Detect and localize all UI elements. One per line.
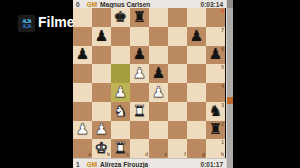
square-c1[interactable]: ♜c	[111, 139, 130, 158]
square-c2[interactable]	[111, 121, 130, 140]
square-b2[interactable]: ♟	[92, 121, 111, 140]
black-knight-h3[interactable]: ♞	[209, 103, 222, 118]
square-a2[interactable]: ♟	[73, 121, 92, 140]
square-h6[interactable]: ♟6	[206, 46, 225, 65]
square-c3[interactable]: ♞	[111, 102, 130, 121]
square-d8[interactable]: ♜	[130, 8, 149, 27]
logo-pixel-text-bottom: ALJA	[22, 24, 30, 29]
square-f1[interactable]: f	[168, 139, 187, 158]
white-pawn-d5[interactable]: ♟	[133, 66, 146, 81]
square-d1[interactable]: d	[130, 139, 149, 158]
square-d6[interactable]: ♟	[130, 46, 149, 65]
overlay-title: Filme	[38, 14, 75, 30]
file-label-b: b	[107, 152, 110, 157]
rank-label-5: 5	[221, 65, 224, 70]
file-label-f: f	[184, 152, 186, 157]
white-rook-c1[interactable]: ♜	[114, 141, 127, 156]
square-f6[interactable]	[168, 46, 187, 65]
square-e5[interactable]: ♟	[149, 64, 168, 83]
black-pawn-b7[interactable]: ♟	[95, 28, 108, 43]
channel-logo-icon: ALJA ALJA	[18, 15, 35, 32]
square-d4[interactable]	[130, 83, 149, 102]
rank-label-6: 6	[221, 47, 224, 52]
white-pawn-c4[interactable]: ♟	[114, 84, 127, 99]
square-f3[interactable]	[168, 102, 187, 121]
file-label-e: e	[164, 152, 167, 157]
white-pawn-a2[interactable]: ♟	[76, 122, 89, 137]
rank-label-7: 7	[221, 28, 224, 33]
black-pawn-a6[interactable]: ♟	[76, 47, 89, 62]
square-d5[interactable]: ♟	[130, 64, 149, 83]
square-g8[interactable]	[187, 8, 206, 27]
square-c6[interactable]	[111, 46, 130, 65]
square-h4[interactable]: 4	[206, 83, 225, 102]
black-rook-h2[interactable]: ♜	[209, 122, 222, 137]
square-c5[interactable]	[111, 64, 130, 83]
square-b8[interactable]	[92, 8, 111, 27]
score-top: 0	[76, 1, 80, 8]
square-h3[interactable]: ♞3	[206, 102, 225, 121]
square-a4[interactable]	[73, 83, 92, 102]
white-pawn-e4[interactable]: ♟	[152, 84, 165, 99]
square-a1[interactable]: a	[73, 139, 92, 158]
black-pawn-e5[interactable]: ♟	[152, 66, 165, 81]
file-label-a: a	[88, 152, 91, 157]
file-label-h: h	[221, 152, 224, 157]
square-g5[interactable]	[187, 64, 206, 83]
square-a8[interactable]	[73, 8, 92, 27]
chess-app-panel: 0 GM Magnus Carlsen 0:03:14 ♚♜8♟♟7♟♟♟6♟♟…	[73, 0, 232, 168]
square-b7[interactable]: ♟	[92, 27, 111, 46]
player-name-bottom: Alireza Firouzja	[100, 161, 148, 168]
white-knight-c3[interactable]: ♞	[114, 103, 127, 118]
square-g4[interactable]	[187, 83, 206, 102]
rank-label-1: 1	[221, 140, 224, 145]
file-label-d: d	[145, 152, 148, 157]
square-d3[interactable]: ♜	[130, 102, 149, 121]
square-e4[interactable]: ♟	[149, 83, 168, 102]
square-b5[interactable]	[92, 64, 111, 83]
square-f4[interactable]	[168, 83, 187, 102]
black-rook-d8[interactable]: ♜	[133, 9, 146, 24]
square-h7[interactable]: 7	[206, 27, 225, 46]
scroll-position-marker[interactable]	[227, 97, 233, 104]
player-name-top: Magnus Carlsen	[100, 1, 150, 8]
rank-label-3: 3	[221, 103, 224, 108]
square-f8[interactable]	[168, 8, 187, 27]
square-b6[interactable]	[92, 46, 111, 65]
square-f5[interactable]	[168, 64, 187, 83]
square-h5[interactable]: 5	[206, 64, 225, 83]
chess-board[interactable]: ♚♜8♟♟7♟♟♟6♟♟5♟♟4♞♜♞3♟♟♜2a♚b♜cdefg1h	[73, 8, 225, 158]
square-e1[interactable]: e	[149, 139, 168, 158]
square-b3[interactable]	[92, 102, 111, 121]
square-a3[interactable]	[73, 102, 92, 121]
clock-top: 0:03:14	[201, 1, 223, 8]
player-bar-top: 0 GM Magnus Carlsen 0:03:14	[73, 0, 226, 8]
square-f7[interactable]	[168, 27, 187, 46]
square-g2[interactable]	[187, 121, 206, 140]
square-d2[interactable]	[130, 121, 149, 140]
file-label-g: g	[202, 152, 205, 157]
black-pawn-g7[interactable]: ♟	[190, 28, 203, 43]
square-c4[interactable]: ♟	[111, 83, 130, 102]
player-bar-bottom: 1 GM Alireza Firouzja 0:01:17	[73, 158, 226, 168]
black-king-c8[interactable]: ♚	[114, 9, 127, 24]
black-pawn-d6[interactable]: ♟	[133, 47, 146, 62]
rank-label-8: 8	[221, 9, 224, 14]
white-rook-d3[interactable]: ♜	[133, 103, 146, 118]
square-f2[interactable]	[168, 121, 187, 140]
square-g1[interactable]: g	[187, 139, 206, 158]
scrollbar-top-segment	[227, 0, 233, 8]
square-a7[interactable]	[73, 27, 92, 46]
square-g3[interactable]	[187, 102, 206, 121]
square-e3[interactable]	[149, 102, 168, 121]
title-bottom: GM	[87, 161, 97, 168]
square-e2[interactable]	[149, 121, 168, 140]
rank-label-4: 4	[221, 84, 224, 89]
square-c8[interactable]: ♚	[111, 8, 130, 27]
scrollbar[interactable]	[226, 0, 233, 168]
square-a6[interactable]: ♟	[73, 46, 92, 65]
file-label-c: c	[126, 152, 129, 157]
white-pawn-b2[interactable]: ♟	[95, 122, 108, 137]
score-bottom: 1	[76, 161, 80, 168]
square-g7[interactable]: ♟	[187, 27, 206, 46]
square-a5[interactable]	[73, 64, 92, 83]
clock-bottom: 0:01:17	[201, 161, 223, 168]
square-e6[interactable]	[149, 46, 168, 65]
rank-label-2: 2	[221, 122, 224, 127]
screen: ALJA ALJA Filme 0 GM Magnus Carlsen 0:03…	[0, 0, 300, 168]
square-g6[interactable]	[187, 46, 206, 65]
square-b4[interactable]	[92, 83, 111, 102]
square-b1[interactable]: ♚b	[92, 139, 111, 158]
square-c7[interactable]	[111, 27, 130, 46]
square-h1[interactable]: 1h	[206, 139, 225, 158]
square-e7[interactable]	[149, 27, 168, 46]
square-d7[interactable]	[130, 27, 149, 46]
title-top: GM	[87, 1, 97, 8]
black-pawn-h6[interactable]: ♟	[209, 47, 222, 62]
square-h8[interactable]: 8	[206, 8, 225, 27]
square-e8[interactable]	[149, 8, 168, 27]
square-h2[interactable]: ♜2	[206, 121, 225, 140]
